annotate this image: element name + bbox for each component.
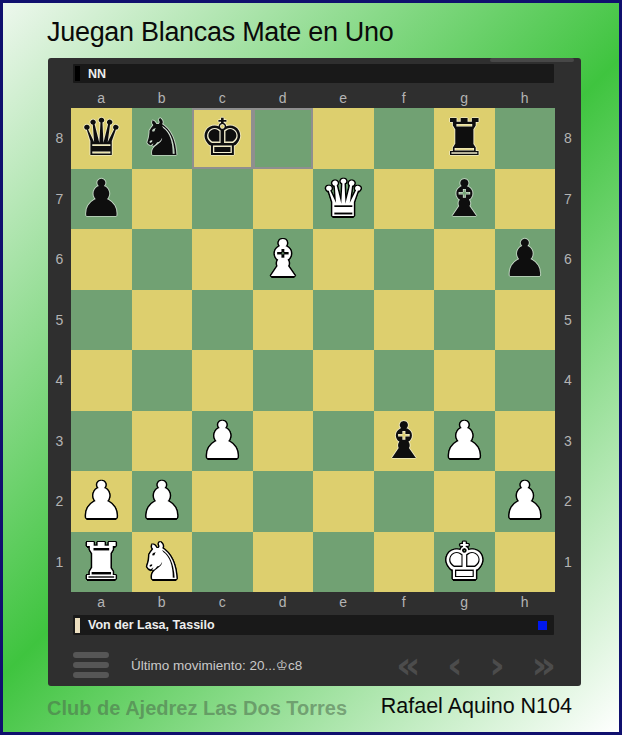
black-pawn[interactable]: ♟ [502,229,548,290]
rank-label-1: 1 [48,532,71,593]
rank-label-5: 5 [555,290,581,351]
nav-forward-button[interactable]: › [489,644,505,686]
rank-label-7: 7 [555,169,581,230]
square-g2[interactable] [434,471,495,532]
square-d5[interactable] [253,290,314,351]
square-c7[interactable] [192,169,253,230]
square-b7[interactable] [132,169,193,230]
file-label-e: e [313,592,374,611]
file-label-c: c [192,88,253,107]
black-bishop[interactable]: ♝ [381,411,427,472]
rank-label-2: 2 [555,471,581,532]
file-label-b: b [132,88,193,107]
file-labels-top: abcdefgh [71,88,555,107]
file-label-d: d [253,592,314,611]
square-a4[interactable] [71,350,132,411]
square-e7[interactable]: ♛ [313,169,374,230]
last-move-label: Último movimiento: 20...♔c8 [131,657,302,673]
square-e5[interactable] [313,290,374,351]
page-background: Juegan Blancas Mate en Uno NN abcdefgh 8… [0,0,622,735]
rank-label-3: 3 [48,411,71,472]
file-label-b: b [132,592,193,611]
square-d3[interactable] [253,411,314,472]
square-c3[interactable]: ♟ [192,411,253,472]
rank-label-4: 4 [555,350,581,411]
white-pawn[interactable]: ♟ [502,471,548,532]
file-label-g: g [434,88,495,107]
white-rook[interactable]: ♜ [78,532,124,593]
white-pawn[interactable]: ♟ [199,411,245,472]
square-h6[interactable]: ♟ [495,229,556,290]
nav-first-button[interactable]: « [396,644,421,686]
white-bishop[interactable]: ♝ [260,229,306,290]
square-b3[interactable] [132,411,193,472]
black-queen[interactable]: ♛ [78,108,124,169]
menu-button[interactable] [73,652,109,678]
square-g7[interactable]: ♝ [434,169,495,230]
chess-board[interactable]: ♛♞♚♜♟♛♝♝♟♟♝♟♟♟♟♜♞♚ [71,108,555,592]
square-f1[interactable] [374,532,435,593]
player-top-bar: NN [73,64,554,83]
file-label-d: d [253,88,314,107]
square-e1[interactable] [313,532,374,593]
square-g8[interactable]: ♜ [434,108,495,169]
square-f3[interactable]: ♝ [374,411,435,472]
white-color-indicator [75,618,80,633]
square-g3[interactable]: ♟ [434,411,495,472]
rank-label-6: 6 [48,229,71,290]
file-label-a: a [71,88,132,107]
square-h3[interactable] [495,411,556,472]
square-e4[interactable] [313,350,374,411]
file-label-g: g [434,592,495,611]
player-bottom-name: Von der Lasa, Tassilo [88,618,215,632]
white-knight[interactable]: ♞ [139,532,185,593]
square-f2[interactable] [374,471,435,532]
player-bottom-bar: Von der Lasa, Tassilo [73,615,554,635]
square-e6[interactable] [313,229,374,290]
nav-arrows: « ‹ › » [396,644,556,686]
square-b4[interactable] [132,350,193,411]
square-d8[interactable] [253,108,314,169]
white-pawn[interactable]: ♟ [441,411,487,472]
white-pawn[interactable]: ♟ [139,471,185,532]
square-e8[interactable] [313,108,374,169]
nav-back-button[interactable]: ‹ [447,644,463,686]
file-label-h: h [495,592,556,611]
rank-label-5: 5 [48,290,71,351]
nav-last-button[interactable]: » [531,644,556,686]
white-king[interactable]: ♚ [441,532,487,593]
square-h4[interactable] [495,350,556,411]
square-a8[interactable]: ♛ [71,108,132,169]
square-e3[interactable] [313,411,374,472]
rank-label-8: 8 [555,108,581,169]
square-c6[interactable] [192,229,253,290]
square-f4[interactable] [374,350,435,411]
rank-label-7: 7 [48,169,71,230]
rank-label-3: 3 [555,411,581,472]
file-label-a: a [71,592,132,611]
player-top-name: NN [88,67,106,81]
rank-label-8: 8 [48,108,71,169]
square-h7[interactable] [495,169,556,230]
square-f8[interactable] [374,108,435,169]
black-king[interactable]: ♚ [199,108,245,169]
file-label-c: c [192,592,253,611]
square-c2[interactable] [192,471,253,532]
white-pawn[interactable]: ♟ [78,471,124,532]
black-color-indicator [75,66,80,81]
square-a5[interactable] [71,290,132,351]
black-rook[interactable]: ♜ [441,108,487,169]
file-label-e: e [313,88,374,107]
square-a2[interactable]: ♟ [71,471,132,532]
square-a6[interactable] [71,229,132,290]
black-pawn[interactable]: ♟ [78,169,124,230]
panel-top-tab [490,58,574,62]
square-h5[interactable] [495,290,556,351]
file-label-f: f [374,88,435,107]
square-h8[interactable] [495,108,556,169]
puzzle-title: Juegan Blancas Mate en Uno [47,17,393,48]
square-d1[interactable] [253,532,314,593]
rank-label-6: 6 [555,229,581,290]
square-c8[interactable]: ♚ [192,108,253,169]
rank-labels-left: 87654321 [48,108,71,592]
square-c4[interactable] [192,350,253,411]
hamburger-icon [73,652,109,658]
square-a3[interactable] [71,411,132,472]
square-b2[interactable]: ♟ [132,471,193,532]
white-queen[interactable]: ♛ [320,169,366,230]
square-g1[interactable]: ♚ [434,532,495,593]
rank-label-4: 4 [48,350,71,411]
square-f7[interactable] [374,169,435,230]
square-b6[interactable] [132,229,193,290]
square-c1[interactable] [192,532,253,593]
rank-labels-right: 87654321 [555,108,581,592]
file-label-f: f [374,592,435,611]
square-b5[interactable] [132,290,193,351]
square-g6[interactable] [434,229,495,290]
square-f6[interactable] [374,229,435,290]
controls-bar: Último movimiento: 20...♔c8 « ‹ › » [48,644,581,686]
rank-label-1: 1 [555,532,581,593]
square-b8[interactable]: ♞ [132,108,193,169]
square-d4[interactable] [253,350,314,411]
black-knight[interactable]: ♞ [139,108,185,169]
square-d2[interactable] [253,471,314,532]
square-b1[interactable]: ♞ [132,532,193,593]
footer-author-text: Rafael Aquino N104 [381,694,572,719]
black-bishop[interactable]: ♝ [441,169,487,230]
square-h1[interactable] [495,532,556,593]
square-a7[interactable]: ♟ [71,169,132,230]
square-g5[interactable] [434,290,495,351]
file-labels-bottom: abcdefgh [71,592,555,611]
blue-marker [538,621,547,630]
square-c5[interactable] [192,290,253,351]
square-h2[interactable]: ♟ [495,471,556,532]
square-g4[interactable] [434,350,495,411]
square-d7[interactable] [253,169,314,230]
square-f5[interactable] [374,290,435,351]
square-d6[interactable]: ♝ [253,229,314,290]
square-e2[interactable] [313,471,374,532]
file-label-h: h [495,88,556,107]
board-panel: NN abcdefgh 87654321 ♛♞♚♜♟♛♝♝♟♟♝♟♟♟♟♜♞♚ … [48,58,581,686]
square-a1[interactable]: ♜ [71,532,132,593]
rank-label-2: 2 [48,471,71,532]
footer-club-text: Club de Ajedrez Las Dos Torres [47,697,347,720]
